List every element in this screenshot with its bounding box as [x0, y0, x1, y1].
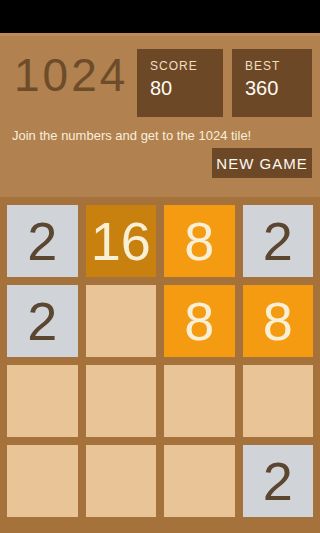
- game-board[interactable]: 2 16 8 2 2 8 8 2: [0, 197, 320, 533]
- tile-r2c3: 8: [164, 285, 235, 357]
- tile-r4c1: [7, 445, 78, 517]
- tile-r3c2: [86, 365, 157, 437]
- best-value: 360: [245, 77, 312, 100]
- score-label: SCORE: [150, 59, 223, 73]
- tile-r1c3: 8: [164, 205, 235, 277]
- tile-r3c3: [164, 365, 235, 437]
- status-bar: [0, 0, 320, 33]
- score-value: 80: [150, 77, 223, 100]
- tile-r4c3: [164, 445, 235, 517]
- score-box: SCORE 80: [137, 49, 223, 117]
- new-game-button[interactable]: NEW GAME: [212, 148, 312, 178]
- best-label: BEST: [245, 59, 312, 73]
- game-screen: 1024 SCORE 80 BEST 360 Join the numbers …: [0, 0, 320, 533]
- tile-r3c4: [243, 365, 314, 437]
- tile-r1c1: 2: [7, 205, 78, 277]
- tile-r1c2: 16: [86, 205, 157, 277]
- subtitle: Join the numbers and get to the 1024 til…: [12, 128, 312, 143]
- button-row: NEW GAME: [8, 148, 312, 178]
- header: 1024 SCORE 80 BEST 360 Join the numbers …: [0, 33, 320, 197]
- tile-r2c1: 2: [7, 285, 78, 357]
- tile-r3c1: [7, 365, 78, 437]
- tile-r4c2: [86, 445, 157, 517]
- tile-r1c4: 2: [243, 205, 314, 277]
- title-row: 1024 SCORE 80 BEST 360: [8, 49, 312, 117]
- best-box: BEST 360: [232, 49, 312, 117]
- tile-r2c2: [86, 285, 157, 357]
- tile-r4c4: 2: [243, 445, 314, 517]
- tile-r2c4: 8: [243, 285, 314, 357]
- app-title: 1024: [14, 49, 137, 101]
